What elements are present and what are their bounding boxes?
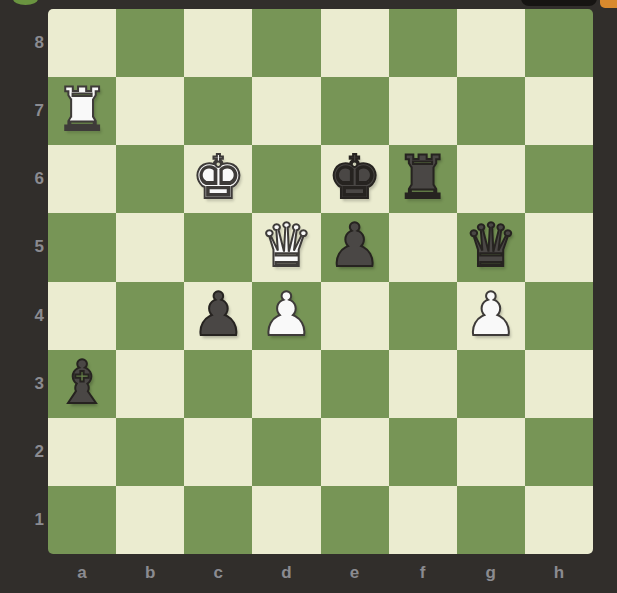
square-d2[interactable] — [252, 418, 320, 486]
file-label-h: h — [525, 560, 593, 586]
rank-label-2: 2 — [0, 418, 44, 486]
square-a6[interactable] — [48, 145, 116, 213]
square-c3[interactable] — [184, 350, 252, 418]
square-h7[interactable] — [525, 77, 593, 145]
square-d3[interactable] — [252, 350, 320, 418]
square-d4[interactable]: ♟ — [252, 282, 320, 350]
square-b2[interactable] — [116, 418, 184, 486]
square-b7[interactable] — [116, 77, 184, 145]
file-label-d: d — [252, 560, 320, 586]
square-c7[interactable] — [184, 77, 252, 145]
rank-label-4: 4 — [0, 282, 44, 350]
square-h6[interactable] — [525, 145, 593, 213]
square-e7[interactable] — [321, 77, 389, 145]
square-h5[interactable] — [525, 213, 593, 281]
square-g3[interactable] — [457, 350, 525, 418]
white-pawn[interactable]: ♟ — [260, 284, 314, 344]
file-label-e: e — [321, 560, 389, 586]
square-c4[interactable]: ♟ — [184, 282, 252, 350]
square-a2[interactable] — [48, 418, 116, 486]
black-bishop[interactable]: ♝ — [55, 352, 109, 412]
square-g8[interactable] — [457, 9, 525, 77]
square-e5[interactable]: ♟ — [321, 213, 389, 281]
square-h3[interactable] — [525, 350, 593, 418]
square-d7[interactable] — [252, 77, 320, 145]
square-f6[interactable]: ♜ — [389, 145, 457, 213]
square-f8[interactable] — [389, 9, 457, 77]
square-c5[interactable] — [184, 213, 252, 281]
rank-label-1: 1 — [0, 486, 44, 554]
black-rook[interactable]: ♜ — [396, 147, 450, 207]
square-h4[interactable] — [525, 282, 593, 350]
square-h2[interactable] — [525, 418, 593, 486]
rank-label-6: 6 — [0, 145, 44, 213]
file-label-f: f — [389, 560, 457, 586]
square-e3[interactable] — [321, 350, 389, 418]
square-b6[interactable] — [116, 145, 184, 213]
black-pawn[interactable]: ♟ — [191, 284, 245, 344]
square-a4[interactable] — [48, 282, 116, 350]
square-f7[interactable] — [389, 77, 457, 145]
square-g2[interactable] — [457, 418, 525, 486]
square-g5[interactable]: ♛ — [457, 213, 525, 281]
white-queen[interactable]: ♛ — [260, 215, 314, 275]
square-a8[interactable] — [48, 9, 116, 77]
square-a3[interactable]: ♝ — [48, 350, 116, 418]
square-h8[interactable] — [525, 9, 593, 77]
square-b1[interactable] — [116, 486, 184, 554]
square-f3[interactable] — [389, 350, 457, 418]
square-d6[interactable] — [252, 145, 320, 213]
square-e6[interactable]: ♚ — [321, 145, 389, 213]
file-label-c: c — [184, 560, 252, 586]
rank-label-3: 3 — [0, 350, 44, 418]
square-b3[interactable] — [116, 350, 184, 418]
square-h1[interactable] — [525, 486, 593, 554]
black-queen[interactable]: ♛ — [464, 215, 518, 275]
square-c8[interactable] — [184, 9, 252, 77]
square-e1[interactable] — [321, 486, 389, 554]
square-g1[interactable] — [457, 486, 525, 554]
black-pawn[interactable]: ♟ — [328, 215, 382, 275]
square-e8[interactable] — [321, 9, 389, 77]
rank-label-7: 7 — [0, 77, 44, 145]
square-a5[interactable] — [48, 213, 116, 281]
square-b5[interactable] — [116, 213, 184, 281]
square-f2[interactable] — [389, 418, 457, 486]
square-c1[interactable] — [184, 486, 252, 554]
file-label-a: a — [48, 560, 116, 586]
file-label-b: b — [116, 560, 184, 586]
chess-board[interactable]: ♜♚♚♜♛♟♛♟♟♟♝ — [48, 9, 593, 554]
rank-label-8: 8 — [0, 9, 44, 77]
square-g4[interactable]: ♟ — [457, 282, 525, 350]
square-d8[interactable] — [252, 9, 320, 77]
white-rook[interactable]: ♜ — [55, 79, 109, 139]
square-b8[interactable] — [116, 9, 184, 77]
square-d1[interactable] — [252, 486, 320, 554]
topbar-button-fragment[interactable] — [521, 0, 597, 6]
black-king[interactable]: ♚ — [328, 147, 382, 207]
square-c6[interactable]: ♚ — [184, 145, 252, 213]
square-a1[interactable] — [48, 486, 116, 554]
square-c2[interactable] — [184, 418, 252, 486]
file-label-g: g — [457, 560, 525, 586]
white-king[interactable]: ♚ — [191, 147, 245, 207]
square-e4[interactable] — [321, 282, 389, 350]
square-g7[interactable] — [457, 77, 525, 145]
topbar-accent-fragment[interactable] — [600, 0, 617, 8]
square-a7[interactable]: ♜ — [48, 77, 116, 145]
square-g6[interactable] — [457, 145, 525, 213]
square-d5[interactable]: ♛ — [252, 213, 320, 281]
square-b4[interactable] — [116, 282, 184, 350]
square-f1[interactable] — [389, 486, 457, 554]
site-logo-icon — [13, 0, 38, 5]
white-pawn[interactable]: ♟ — [464, 284, 518, 344]
square-f4[interactable] — [389, 282, 457, 350]
square-e2[interactable] — [321, 418, 389, 486]
square-f5[interactable] — [389, 213, 457, 281]
rank-label-5: 5 — [0, 213, 44, 281]
